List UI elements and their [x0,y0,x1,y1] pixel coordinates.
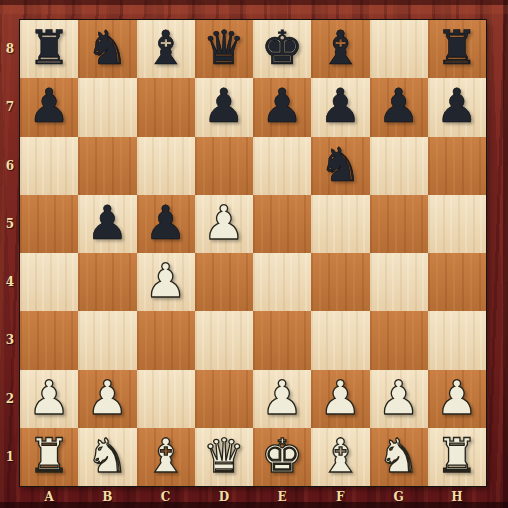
square-g4[interactable] [370,253,428,311]
rank-label-7: 7 [0,78,20,136]
square-a1[interactable]: ♜ [20,428,78,486]
black-rook[interactable]: ♜ [436,24,478,74]
square-d7[interactable]: ♟ [195,78,253,136]
chessboard: ♜♞♝♛♚♝♜♟♟♟♟♟♟♞♟♟♟♟♟♟♟♟♟♟♜♞♝♛♚♝♞♜ [20,20,486,486]
rank-label-2: 2 [0,370,20,428]
square-f4[interactable] [311,253,369,311]
square-b8[interactable]: ♞ [78,20,136,78]
white-queen[interactable]: ♛ [203,432,245,482]
white-pawn[interactable]: ♟ [319,374,361,424]
square-a4[interactable] [20,253,78,311]
black-pawn[interactable]: ♟ [86,199,128,249]
square-e1[interactable]: ♚ [253,428,311,486]
black-knight[interactable]: ♞ [319,141,361,191]
square-d6[interactable] [195,137,253,195]
square-c1[interactable]: ♝ [137,428,195,486]
rank-label-3: 3 [0,311,20,369]
square-d3[interactable] [195,311,253,369]
white-rook[interactable]: ♜ [436,432,478,482]
square-f1[interactable]: ♝ [311,428,369,486]
square-e4[interactable] [253,253,311,311]
square-f6[interactable]: ♞ [311,137,369,195]
square-g7[interactable]: ♟ [370,78,428,136]
white-pawn[interactable]: ♟ [145,257,187,307]
white-pawn[interactable]: ♟ [436,374,478,424]
rank-labels: 87654321 [0,20,20,486]
black-pawn[interactable]: ♟ [319,82,361,132]
rank-label-4: 4 [0,253,20,311]
black-pawn[interactable]: ♟ [145,199,187,249]
file-label-D: D [195,486,253,508]
square-c3[interactable] [137,311,195,369]
black-pawn[interactable]: ♟ [378,82,420,132]
square-h8[interactable]: ♜ [428,20,486,78]
square-a7[interactable]: ♟ [20,78,78,136]
black-pawn[interactable]: ♟ [261,82,303,132]
square-h2[interactable]: ♟ [428,370,486,428]
square-f8[interactable]: ♝ [311,20,369,78]
square-f3[interactable] [311,311,369,369]
square-a3[interactable] [20,311,78,369]
rank-label-8: 8 [0,20,20,78]
square-b2[interactable]: ♟ [78,370,136,428]
file-label-A: A [20,486,78,508]
square-h6[interactable] [428,137,486,195]
white-pawn[interactable]: ♟ [203,199,245,249]
white-king[interactable]: ♚ [261,432,303,482]
white-pawn[interactable]: ♟ [86,374,128,424]
square-c6[interactable] [137,137,195,195]
black-knight[interactable]: ♞ [86,24,128,74]
square-g8[interactable] [370,20,428,78]
file-label-E: E [253,486,311,508]
square-b1[interactable]: ♞ [78,428,136,486]
black-pawn[interactable]: ♟ [436,82,478,132]
square-c7[interactable] [137,78,195,136]
file-label-H: H [428,486,486,508]
square-c2[interactable] [137,370,195,428]
square-e8[interactable]: ♚ [253,20,311,78]
rank-label-1: 1 [0,428,20,486]
square-g5[interactable] [370,195,428,253]
square-h7[interactable]: ♟ [428,78,486,136]
file-label-B: B [78,486,136,508]
file-label-F: F [311,486,369,508]
square-h4[interactable] [428,253,486,311]
square-d1[interactable]: ♛ [195,428,253,486]
square-a6[interactable] [20,137,78,195]
square-g6[interactable] [370,137,428,195]
square-e3[interactable] [253,311,311,369]
file-label-C: C [137,486,195,508]
square-f5[interactable] [311,195,369,253]
white-pawn[interactable]: ♟ [378,374,420,424]
black-pawn[interactable]: ♟ [28,82,70,132]
white-knight[interactable]: ♞ [378,432,420,482]
square-a5[interactable] [20,195,78,253]
square-b3[interactable] [78,311,136,369]
rank-label-6: 6 [0,137,20,195]
square-c4[interactable]: ♟ [137,253,195,311]
black-bishop[interactable]: ♝ [145,24,187,74]
square-h1[interactable]: ♜ [428,428,486,486]
black-bishop[interactable]: ♝ [319,24,361,74]
square-e7[interactable]: ♟ [253,78,311,136]
file-labels: ABCDEFGH [20,486,486,508]
square-f2[interactable]: ♟ [311,370,369,428]
white-pawn[interactable]: ♟ [28,374,70,424]
file-label-G: G [370,486,428,508]
square-c5[interactable]: ♟ [137,195,195,253]
black-pawn[interactable]: ♟ [203,82,245,132]
square-b4[interactable] [78,253,136,311]
square-d5[interactable]: ♟ [195,195,253,253]
square-h3[interactable] [428,311,486,369]
square-b5[interactable]: ♟ [78,195,136,253]
white-pawn[interactable]: ♟ [261,374,303,424]
square-d8[interactable]: ♛ [195,20,253,78]
white-bishop[interactable]: ♝ [145,432,187,482]
white-knight[interactable]: ♞ [86,432,128,482]
square-g1[interactable]: ♞ [370,428,428,486]
black-queen[interactable]: ♛ [203,24,245,74]
square-b6[interactable] [78,137,136,195]
black-king[interactable]: ♚ [261,24,303,74]
square-e6[interactable] [253,137,311,195]
white-rook[interactable]: ♜ [28,432,70,482]
square-a8[interactable]: ♜ [20,20,78,78]
chess-diagram: 87654321 ♜♞♝♛♚♝♜♟♟♟♟♟♟♞♟♟♟♟♟♟♟♟♟♟♜♞♝♛♚♝♞… [0,0,508,508]
square-g3[interactable] [370,311,428,369]
square-a2[interactable]: ♟ [20,370,78,428]
black-rook[interactable]: ♜ [28,24,70,74]
square-d4[interactable] [195,253,253,311]
square-h5[interactable] [428,195,486,253]
square-d2[interactable] [195,370,253,428]
rank-label-5: 5 [0,195,20,253]
square-b7[interactable] [78,78,136,136]
square-e5[interactable] [253,195,311,253]
square-c8[interactable]: ♝ [137,20,195,78]
white-bishop[interactable]: ♝ [319,432,361,482]
square-g2[interactable]: ♟ [370,370,428,428]
square-f7[interactable]: ♟ [311,78,369,136]
square-e2[interactable]: ♟ [253,370,311,428]
